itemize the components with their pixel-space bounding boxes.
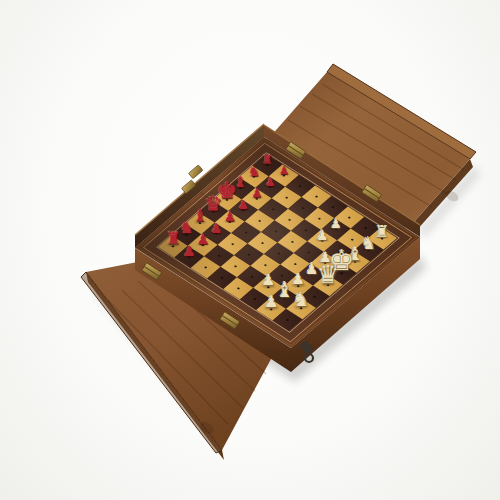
piece-white-knight[interactable]: ♞ bbox=[292, 291, 310, 311]
piece-red-pawn[interactable]: ♟ bbox=[252, 188, 263, 200]
piece-white-pawn[interactable]: ♟ bbox=[316, 229, 328, 243]
piece-white-queen[interactable]: ♛ bbox=[317, 262, 339, 287]
piece-red-rook[interactable]: ♜ bbox=[262, 154, 273, 167]
piece-red-rook[interactable]: ♜ bbox=[165, 231, 180, 248]
piece-red-pawn[interactable]: ♟ bbox=[279, 166, 289, 177]
travel-chess-set-photo: ♜♞♝♛♚♝♞♜♟♟♟♟♟♟♟♟♟♟♟♟♝♟♟♟♞♛♚♝♞♜ bbox=[0, 0, 500, 500]
piece-red-pawn[interactable]: ♟ bbox=[224, 211, 235, 224]
piece-red-pawn[interactable]: ♟ bbox=[210, 222, 222, 235]
piece-red-pawn[interactable]: ♟ bbox=[238, 199, 249, 211]
piece-red-bishop[interactable]: ♝ bbox=[193, 208, 208, 224]
piece-red-knight[interactable]: ♞ bbox=[179, 220, 193, 236]
piece-white-pawn[interactable]: ♟ bbox=[264, 295, 279, 311]
piece-red-knight[interactable]: ♞ bbox=[248, 165, 260, 178]
piece-red-pawn[interactable]: ♟ bbox=[265, 177, 275, 188]
piece-white-pawn[interactable]: ♟ bbox=[330, 217, 342, 230]
piece-white-rook[interactable]: ♜ bbox=[375, 224, 390, 240]
piece-white-pawn[interactable]: ♟ bbox=[261, 273, 275, 288]
piece-red-pawn[interactable]: ♟ bbox=[197, 233, 209, 247]
piece-red-pawn[interactable]: ♟ bbox=[183, 244, 196, 258]
